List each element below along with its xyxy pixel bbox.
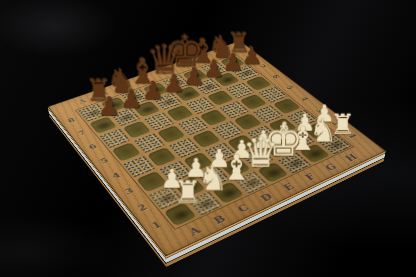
piece-white-rook: ♜ — [173, 176, 201, 207]
piece-black-pawn: ♟ — [202, 57, 224, 81]
piece-black-pawn: ♟ — [119, 85, 142, 111]
piece-black-pawn: ♟ — [162, 71, 184, 96]
piece-black-pawn: ♟ — [182, 64, 204, 89]
chess-photo-scene: ABCDEFGH8♜♞♝♛♚♝♞♜87♟♟♟♟♟♟♟♟7665544332♟♟♟… — [0, 0, 416, 277]
piece-black-pawn: ♟ — [97, 93, 120, 119]
piece-black-pawn: ♟ — [222, 50, 243, 74]
piece-black-pawn: ♟ — [141, 78, 164, 103]
piece-black-pawn: ♟ — [240, 43, 261, 67]
